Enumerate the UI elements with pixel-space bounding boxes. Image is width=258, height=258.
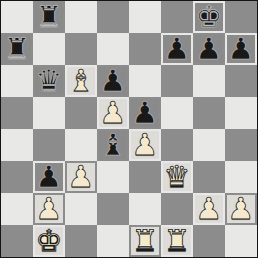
square-f8[interactable]	[161, 1, 193, 33]
square-b2[interactable]: ♟	[33, 193, 65, 225]
square-f1[interactable]: ♜	[161, 225, 193, 257]
square-e7[interactable]	[129, 33, 161, 65]
square-h6[interactable]	[225, 65, 257, 97]
square-h7[interactable]: ♟	[225, 33, 257, 65]
white-pawn-icon: ♟	[129, 129, 161, 161]
square-d4[interactable]: ♝	[97, 129, 129, 161]
black-pawn-icon: ♟	[33, 161, 65, 193]
square-c6[interactable]: ♝	[65, 65, 97, 97]
square-d8[interactable]	[97, 1, 129, 33]
square-a7[interactable]: ♜	[1, 33, 33, 65]
square-c8[interactable]	[65, 1, 97, 33]
square-h1[interactable]	[225, 225, 257, 257]
square-h2[interactable]: ♟	[225, 193, 257, 225]
white-king-icon: ♚	[33, 225, 65, 257]
white-pawn-icon: ♟	[193, 193, 225, 225]
square-a1[interactable]	[1, 225, 33, 257]
square-g3[interactable]	[193, 161, 225, 193]
black-pawn-icon: ♟	[161, 33, 193, 65]
square-a3[interactable]	[1, 161, 33, 193]
piece-white-pawn-d5[interactable]: ♟	[97, 97, 129, 129]
square-e4[interactable]: ♟	[129, 129, 161, 161]
square-c4[interactable]	[65, 129, 97, 161]
square-d7[interactable]	[97, 33, 129, 65]
square-h4[interactable]	[225, 129, 257, 161]
square-d1[interactable]	[97, 225, 129, 257]
white-pawn-icon: ♟	[97, 97, 129, 129]
square-e6[interactable]	[129, 65, 161, 97]
black-rook-icon: ♜	[33, 1, 65, 33]
square-f5[interactable]	[161, 97, 193, 129]
piece-white-rook-f1[interactable]: ♜	[161, 225, 193, 257]
piece-white-pawn-c3[interactable]: ♟	[65, 161, 97, 193]
square-d3[interactable]	[97, 161, 129, 193]
square-h3[interactable]	[225, 161, 257, 193]
square-g8[interactable]: ♚	[193, 1, 225, 33]
piece-white-pawn-g2[interactable]: ♟	[193, 193, 225, 225]
white-pawn-icon: ♟	[65, 161, 97, 193]
square-h5[interactable]	[225, 97, 257, 129]
square-e2[interactable]	[129, 193, 161, 225]
piece-black-queen-b6[interactable]: ♛	[33, 65, 65, 97]
piece-black-bishop-d4[interactable]: ♝	[97, 129, 129, 161]
piece-black-pawn-e5[interactable]: ♟	[129, 97, 161, 129]
square-f4[interactable]	[161, 129, 193, 161]
white-rook-icon: ♜	[161, 225, 193, 257]
square-b6[interactable]: ♛	[33, 65, 65, 97]
square-g4[interactable]	[193, 129, 225, 161]
square-h8[interactable]	[225, 1, 257, 33]
square-a8[interactable]	[1, 1, 33, 33]
black-pawn-icon: ♟	[225, 33, 257, 65]
piece-black-pawn-h7[interactable]: ♟	[225, 33, 257, 65]
square-b8[interactable]: ♜	[33, 1, 65, 33]
square-f6[interactable]	[161, 65, 193, 97]
black-rook-icon: ♜	[1, 33, 33, 65]
square-c3[interactable]: ♟	[65, 161, 97, 193]
white-rook-icon: ♜	[129, 225, 161, 257]
square-d5[interactable]: ♟	[97, 97, 129, 129]
square-d6[interactable]: ♟	[97, 65, 129, 97]
piece-white-pawn-h2[interactable]: ♟	[225, 193, 257, 225]
white-bishop-icon: ♝	[65, 65, 97, 97]
piece-white-king-b1[interactable]: ♚	[33, 225, 65, 257]
black-pawn-icon: ♟	[97, 65, 129, 97]
square-e3[interactable]	[129, 161, 161, 193]
square-e8[interactable]	[129, 1, 161, 33]
square-g6[interactable]	[193, 65, 225, 97]
piece-black-pawn-b3[interactable]: ♟	[33, 161, 65, 193]
piece-black-pawn-g7[interactable]: ♟	[193, 33, 225, 65]
square-b4[interactable]	[33, 129, 65, 161]
square-c7[interactable]	[65, 33, 97, 65]
square-a6[interactable]	[1, 65, 33, 97]
piece-black-rook-a7[interactable]: ♜	[1, 33, 33, 65]
square-b3[interactable]: ♟	[33, 161, 65, 193]
chess-board: ♜♚♜♟♟♟♛♝♟♟♟♝♟♟♟♛♟♟♟♚♜♜	[0, 0, 258, 258]
square-g7[interactable]: ♟	[193, 33, 225, 65]
piece-white-pawn-e4[interactable]: ♟	[129, 129, 161, 161]
square-a2[interactable]	[1, 193, 33, 225]
black-queen-icon: ♛	[33, 65, 65, 97]
white-queen-icon: ♛	[161, 161, 193, 193]
piece-black-king-g8[interactable]: ♚	[193, 1, 225, 33]
square-g2[interactable]: ♟	[193, 193, 225, 225]
black-pawn-icon: ♟	[129, 97, 161, 129]
black-bishop-icon: ♝	[97, 129, 129, 161]
piece-white-bishop-c6[interactable]: ♝	[65, 65, 97, 97]
square-c2[interactable]	[65, 193, 97, 225]
piece-black-pawn-d6[interactable]: ♟	[97, 65, 129, 97]
white-pawn-icon: ♟	[225, 193, 257, 225]
square-f7[interactable]: ♟	[161, 33, 193, 65]
square-b5[interactable]	[33, 97, 65, 129]
square-b1[interactable]: ♚	[33, 225, 65, 257]
square-d2[interactable]	[97, 193, 129, 225]
square-e1[interactable]: ♜	[129, 225, 161, 257]
black-pawn-icon: ♟	[193, 33, 225, 65]
square-g5[interactable]	[193, 97, 225, 129]
square-g1[interactable]	[193, 225, 225, 257]
square-b7[interactable]	[33, 33, 65, 65]
square-f3[interactable]: ♛	[161, 161, 193, 193]
square-f2[interactable]	[161, 193, 193, 225]
square-a5[interactable]	[1, 97, 33, 129]
piece-white-rook-e1[interactable]: ♜	[129, 225, 161, 257]
square-c5[interactable]	[65, 97, 97, 129]
piece-white-pawn-b2[interactable]: ♟	[33, 193, 65, 225]
piece-black-pawn-f7[interactable]: ♟	[161, 33, 193, 65]
piece-white-queen-f3[interactable]: ♛	[161, 161, 193, 193]
square-a4[interactable]	[1, 129, 33, 161]
square-c1[interactable]	[65, 225, 97, 257]
piece-black-rook-b8[interactable]: ♜	[33, 1, 65, 33]
white-pawn-icon: ♟	[33, 193, 65, 225]
square-e5[interactable]: ♟	[129, 97, 161, 129]
black-king-icon: ♚	[193, 1, 225, 33]
